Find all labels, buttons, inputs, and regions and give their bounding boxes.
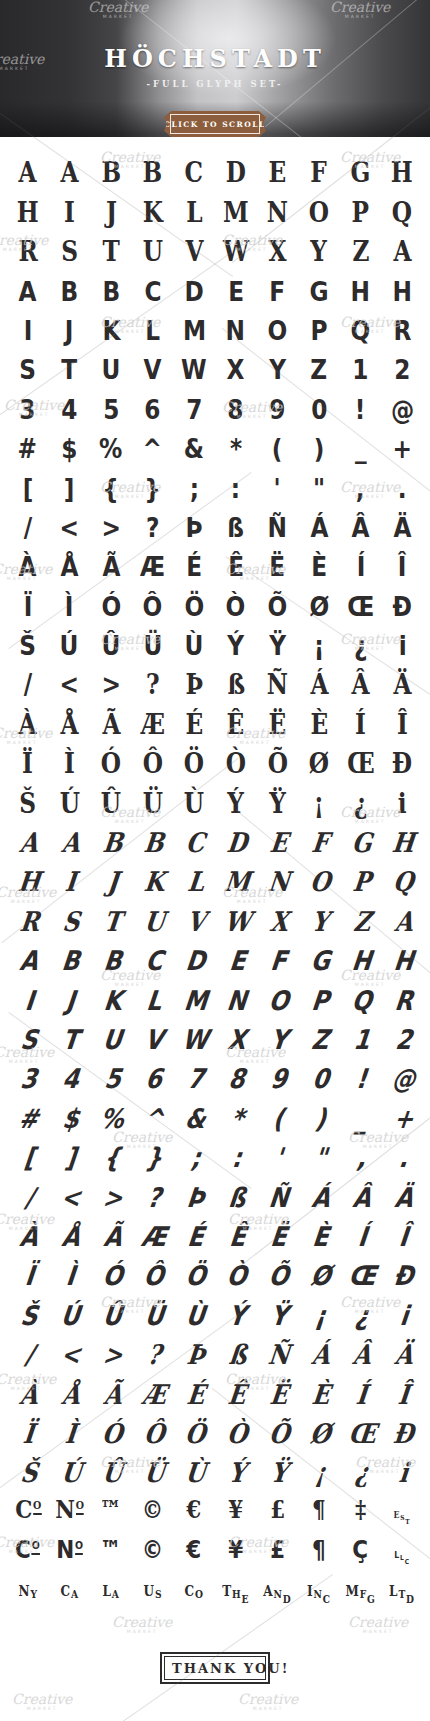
glyph-cell: < xyxy=(49,1341,91,1368)
glyph-cell: Þ xyxy=(173,671,215,698)
glyph-cell: Þ xyxy=(173,1341,215,1368)
glyph-cell: Ç xyxy=(340,1537,382,1562)
glyph-cell: É xyxy=(173,1381,215,1408)
glyph-cell: ¶ xyxy=(298,1537,340,1562)
glyph-cell: K xyxy=(132,868,174,895)
glyph-cell: P xyxy=(298,987,340,1014)
glyph-cell: Ù xyxy=(173,1302,215,1329)
glyph-cell: ( xyxy=(257,1105,299,1132)
glyph-cell: N xyxy=(215,317,257,344)
glyph-cell: D xyxy=(173,947,215,974)
glyph-cell: R xyxy=(381,317,423,344)
glyph-cell: Õ xyxy=(257,1262,299,1289)
glyph-cell: Â xyxy=(340,1341,382,1368)
glyph-cell: I xyxy=(7,987,49,1014)
glyph-cell: À xyxy=(7,553,49,580)
glyph-cell: V xyxy=(132,356,174,383)
glyph-cell: Ñ xyxy=(257,1341,299,1368)
glyph-cell: ' xyxy=(257,1144,299,1171)
glyph-cell: i xyxy=(381,632,423,659)
glyph-cell: Ì xyxy=(49,1420,91,1447)
glyph-cell: ¿ xyxy=(340,1459,382,1486)
glyph-cell: M xyxy=(215,199,257,226)
glyph-cell: C xyxy=(173,829,215,856)
glyph-cell: Ð xyxy=(381,750,423,777)
glyph-cell: Ý xyxy=(215,1302,257,1329)
glyph-cell: D xyxy=(215,159,257,186)
glyph-cell: $ xyxy=(49,1105,91,1132)
glyph-cell: I xyxy=(49,868,91,895)
glyph-cell: Ô xyxy=(132,750,174,777)
glyph-cell: @ xyxy=(381,396,423,423)
glyph-cell: Ë xyxy=(257,711,299,738)
glyph-cell: Ì xyxy=(49,593,91,620)
glyph-cell: Š xyxy=(7,1459,49,1486)
glyph-cell: { xyxy=(90,475,132,502)
glyph-cell: ¥ xyxy=(215,1537,257,1562)
glyph-cell: Ó xyxy=(90,1262,132,1289)
glyph-cell: Â xyxy=(340,1184,382,1211)
glyph-cell: > xyxy=(90,671,132,698)
glyph-cell: [ xyxy=(7,1144,49,1171)
glyph-cell: Z xyxy=(298,356,340,383)
glyph-cell: Ì xyxy=(49,750,91,777)
glyph-cell: M xyxy=(173,987,215,1014)
glyph-cell: V xyxy=(173,238,215,265)
glyph-cell: Ù xyxy=(173,632,215,659)
glyph-cell: B xyxy=(132,829,174,856)
glyph-cell: & xyxy=(173,435,215,462)
glyph-cell: Ó xyxy=(90,593,132,620)
glyph-cell: Ò xyxy=(215,1262,257,1289)
glyph-cell: D xyxy=(173,278,215,305)
glyph-cell: W xyxy=(215,238,257,265)
glyph-cell: i xyxy=(381,1302,423,1329)
glyph-cell-ligature: MFG xyxy=(340,1581,382,1600)
glyph-cell: A xyxy=(7,947,49,974)
glyph-cell: Ê xyxy=(215,1223,257,1250)
glyph-cell: V xyxy=(132,1026,174,1053)
glyph-row: ÏÌÓÔÖÒÕØŒÐ xyxy=(0,1412,430,1451)
glyph-cell: O xyxy=(298,199,340,226)
glyph-cell: ¿ xyxy=(340,1302,382,1329)
glyph-cell: Ü xyxy=(132,790,174,817)
header-banner: HÖCHSTADT -FULL GLYPH SET- CLICK TO SCRO… xyxy=(0,0,430,137)
glyph-cell: ™ xyxy=(90,1537,132,1562)
glyph-cell: Ò xyxy=(215,1420,257,1447)
glyph-cell: Ô xyxy=(132,1262,174,1289)
glyph-cell: Å xyxy=(49,1223,91,1250)
glyph-cell: U xyxy=(90,356,132,383)
glyph-cell: ¶ xyxy=(298,1497,340,1522)
glyph-cell: Ü xyxy=(132,1459,174,1486)
glyph-cell: Ó xyxy=(90,1420,132,1447)
glyph-cell: C xyxy=(132,278,174,305)
glyph-cell: G xyxy=(340,159,382,186)
glyph-cell: Ï xyxy=(7,593,49,620)
glyph-cell: B xyxy=(90,829,132,856)
glyph-cell-ordinal: NO xyxy=(49,1497,91,1522)
glyph-cell: , xyxy=(340,475,382,502)
glyph-cell: ) xyxy=(298,1105,340,1132)
glyph-cell: Ä xyxy=(381,671,423,698)
glyph-row: ABBCDEFGHH xyxy=(0,269,430,308)
glyph-cell: J xyxy=(90,199,132,226)
glyph-cell: U xyxy=(90,1026,132,1053)
glyph-cell: Á xyxy=(298,671,340,698)
glyph-row: HIJKLMNOPQ xyxy=(0,860,430,899)
creative-market-watermark: CreativeMARKET xyxy=(238,1692,298,1712)
glyph-cell: Û xyxy=(90,632,132,659)
glyph-cell: 8 xyxy=(215,1065,257,1092)
glyph-cell: È xyxy=(298,553,340,580)
glyph-cell: H xyxy=(381,829,423,856)
glyph-cell: ¥ xyxy=(215,1497,257,1522)
glyph-cell: Î xyxy=(381,553,423,580)
glyph-cell: Š xyxy=(7,1302,49,1329)
glyph-cell: 7 xyxy=(173,396,215,423)
glyph-cell: H xyxy=(381,278,423,305)
glyph-cell: Õ xyxy=(257,593,299,620)
glyph-cell-ligature: AND xyxy=(257,1581,299,1600)
glyph-cell: Ý xyxy=(215,790,257,817)
glyph-cell: Ã xyxy=(90,1381,132,1408)
glyph-cell: È xyxy=(298,1223,340,1250)
glyph-cell: 7 xyxy=(173,1065,215,1092)
glyph-cell-ligature: EST xyxy=(381,1503,423,1522)
glyph-cell: Q xyxy=(340,987,382,1014)
glyph-cell: B xyxy=(49,947,91,974)
glyph-cell: Ë xyxy=(257,1381,299,1408)
glyph-cell: Ì xyxy=(49,1262,91,1289)
glyph-cell-ordinal: CO xyxy=(7,1497,49,1522)
glyph-cell-ordinal: CO xyxy=(7,1537,49,1562)
glyph-cell: < xyxy=(49,1184,91,1211)
glyph-cell: Á xyxy=(298,514,340,541)
glyph-cell: X xyxy=(257,238,299,265)
glyph-cell: ß xyxy=(215,514,257,541)
glyph-cell: ! xyxy=(340,396,382,423)
glyph-cell: 5 xyxy=(90,396,132,423)
glyph-cell: / xyxy=(7,671,49,698)
glyph-row: #$%^&*()_+ xyxy=(0,427,430,466)
glyph-cell: Í xyxy=(340,1223,382,1250)
glyph-cell: Ÿ xyxy=(257,790,299,817)
glyph-row: 34567890!@ xyxy=(0,387,430,426)
glyph-cell: L xyxy=(132,317,174,344)
glyph-cell: ' xyxy=(257,475,299,502)
glyph-cell: S xyxy=(49,238,91,265)
glyph-cell: Â xyxy=(340,514,382,541)
glyph-cell: Z xyxy=(340,238,382,265)
glyph-cell: I xyxy=(49,199,91,226)
glyph-cell: L xyxy=(173,868,215,895)
glyph-cell: Ý xyxy=(215,1459,257,1486)
glyph-cell: G xyxy=(298,947,340,974)
glyph-row: []{};:'",. xyxy=(0,1136,430,1175)
glyph-cell: H xyxy=(340,947,382,974)
font-title: HÖCHSTADT xyxy=(0,44,430,73)
glyph-cell: ! xyxy=(340,1065,382,1092)
glyph-cell-ligature: INC xyxy=(298,1581,340,1600)
glyph-cell: Þ xyxy=(173,1184,215,1211)
glyph-cell: " xyxy=(298,475,340,502)
glyph-cell: Ô xyxy=(132,1420,174,1447)
glyph-row: ÏÌÓÔÖÒÕØŒÐ xyxy=(0,1254,430,1293)
glyph-cell: Î xyxy=(381,1223,423,1250)
glyph-cell: i xyxy=(381,1459,423,1486)
glyph-cell: 0 xyxy=(298,1065,340,1092)
glyph-row: ŠÚÛÜÙÝŸ¡¿i xyxy=(0,1451,430,1490)
glyph-row: HIJKLMNOPQ xyxy=(0,190,430,229)
glyph-cell: [ xyxy=(7,475,49,502)
glyph-row: CONO™©€¥£¶ÇLLC xyxy=(0,1530,430,1570)
glyph-cell: F xyxy=(298,829,340,856)
glyph-cell-ligature: CA xyxy=(49,1581,91,1600)
glyph-cell: S xyxy=(7,356,49,383)
glyph-cell: A xyxy=(381,908,423,935)
glyph-cell: Ë xyxy=(257,1223,299,1250)
glyph-cell: Q xyxy=(381,868,423,895)
glyph-cell: : xyxy=(215,475,257,502)
glyph-cell: Ö xyxy=(173,1420,215,1447)
glyph-row: /<>?ÞßÑÁÂÄ xyxy=(0,663,430,702)
glyph-cell: Ù xyxy=(173,1459,215,1486)
glyph-cell: A xyxy=(49,159,91,186)
glyph-cell: Ä xyxy=(381,1341,423,1368)
glyph-cell: À xyxy=(7,711,49,738)
glyph-cell: Ø xyxy=(298,1262,340,1289)
glyph-cell: X xyxy=(257,908,299,935)
glyph-cell: Í xyxy=(340,553,382,580)
glyph-cell: W xyxy=(215,908,257,935)
glyph-cell: _ xyxy=(340,435,382,462)
glyph-row: ÀÅÃÆÉÊËÈÍÎ xyxy=(0,702,430,741)
glyph-cell: " xyxy=(298,1144,340,1171)
glyph-cell: R xyxy=(7,908,49,935)
glyph-cell: T xyxy=(49,356,91,383)
glyph-cell: ‡ xyxy=(340,1497,382,1522)
glyph-cell-ligature: NY xyxy=(7,1581,49,1600)
glyph-row: ÏÌÓÔÖÒÕØŒÐ xyxy=(0,584,430,623)
glyph-cell: H xyxy=(381,159,423,186)
glyph-cell: Š xyxy=(7,790,49,817)
glyph-cell: Ï xyxy=(7,1262,49,1289)
glyph-cell: ( xyxy=(257,435,299,462)
click-to-scroll-label: CLICK TO SCROLL xyxy=(164,120,266,129)
glyph-cell: R xyxy=(7,238,49,265)
glyph-cell: O xyxy=(257,987,299,1014)
glyph-row: ÀÅÃÆÉÊËÈÍÎ xyxy=(0,1372,430,1411)
glyph-cell: F xyxy=(298,159,340,186)
glyph-row: #$%^&*()_+ xyxy=(0,1096,430,1135)
glyph-cell: * xyxy=(215,1105,257,1132)
glyph-cell: Q xyxy=(381,199,423,226)
glyph-cell: U xyxy=(132,908,174,935)
glyph-cell: J xyxy=(49,987,91,1014)
glyph-cell: 1 xyxy=(340,1026,382,1053)
glyph-cell: 1 xyxy=(340,356,382,383)
glyph-cell: B xyxy=(90,159,132,186)
glyph-cell: Æ xyxy=(132,711,174,738)
glyph-row: ÏÌÓÔÖÒÕØŒÐ xyxy=(0,742,430,781)
glyph-cell: € xyxy=(173,1497,215,1522)
glyph-cell: Å xyxy=(49,553,91,580)
glyph-cell: R xyxy=(381,987,423,1014)
glyph-cell: ¡ xyxy=(298,790,340,817)
glyph-row: RSTUVWXYZA xyxy=(0,230,430,269)
glyph-cell: Ô xyxy=(132,593,174,620)
glyph-cell: Í xyxy=(340,711,382,738)
glyph-cell: E xyxy=(257,829,299,856)
glyph-cell: Æ xyxy=(132,1381,174,1408)
glyph-cell: Œ xyxy=(340,1262,382,1289)
glyph-cell: E xyxy=(257,159,299,186)
glyph-cell: W xyxy=(173,356,215,383)
glyph-cell: B xyxy=(90,278,132,305)
glyph-cell: ? xyxy=(132,514,174,541)
glyph-cell: ¿ xyxy=(340,632,382,659)
glyph-cell: ™ xyxy=(90,1497,132,1522)
glyph-cell: Ü xyxy=(132,1302,174,1329)
glyph-cell: : xyxy=(215,1144,257,1171)
glyph-cell: 4 xyxy=(49,1065,91,1092)
glyph-cell-ligature: THE xyxy=(215,1581,257,1600)
glyph-cell: Ê xyxy=(215,711,257,738)
glyph-cell: B xyxy=(90,947,132,974)
glyph-cell: ? xyxy=(132,671,174,698)
glyph-cell: ß xyxy=(215,1184,257,1211)
glyph-cell: Œ xyxy=(340,750,382,777)
glyph-cell: 2 xyxy=(381,1026,423,1053)
glyph-cell: + xyxy=(381,1105,423,1132)
glyph-cell: _ xyxy=(340,1105,382,1132)
glyph-cell: T xyxy=(49,1026,91,1053)
glyph-cell: Å xyxy=(49,1381,91,1408)
glyph-cell: V xyxy=(173,908,215,935)
glyph-cell-ligature: LLC xyxy=(381,1543,423,1562)
glyph-cell: / xyxy=(7,514,49,541)
glyph-cell: Ä xyxy=(381,514,423,541)
thank-you-badge: THANK YOU! xyxy=(160,1652,270,1684)
glyph-row: RSTUVWXYZA xyxy=(0,899,430,938)
glyph-cell: Œ xyxy=(340,593,382,620)
glyph-cell: > xyxy=(90,514,132,541)
glyph-cell: N xyxy=(257,199,299,226)
glyph-cell: Ï xyxy=(7,750,49,777)
glyph-cell: Y xyxy=(257,1026,299,1053)
glyph-cell: Õ xyxy=(257,1420,299,1447)
glyph-cell: Ó xyxy=(90,750,132,777)
glyph-cell: N xyxy=(215,987,257,1014)
glyph-cell: 8 xyxy=(215,396,257,423)
glyph-cell: F xyxy=(257,947,299,974)
glyph-cell: > xyxy=(90,1184,132,1211)
glyph-cell: Û xyxy=(90,1302,132,1329)
glyph-cell: J xyxy=(90,868,132,895)
thank-you-label: THANK YOU! xyxy=(172,1661,289,1676)
glyph-cell: Ê xyxy=(215,1381,257,1408)
glyph-row: ŠÚÛÜÙÝŸ¡¿i xyxy=(0,1293,430,1332)
glyph-cell: O xyxy=(257,317,299,344)
glyph-cell: ; xyxy=(173,1144,215,1171)
glyph-row: CONO™©€¥£¶‡EST xyxy=(0,1490,430,1530)
glyph-cell: M xyxy=(173,317,215,344)
glyph-cell: * xyxy=(215,435,257,462)
glyph-cell: < xyxy=(49,514,91,541)
glyph-cell: A xyxy=(7,278,49,305)
glyph-cell-ligature: US xyxy=(132,1581,174,1600)
glyph-cell: ^ xyxy=(132,435,174,462)
glyph-cell: Ù xyxy=(173,790,215,817)
glyph-row: ÀÅÃÆÉÊËÈÍÎ xyxy=(0,545,430,584)
glyph-cell: K xyxy=(90,987,132,1014)
glyph-row: ŠÚÛÜÙÝŸ¡¿i xyxy=(0,781,430,820)
glyph-cell: > xyxy=(90,1341,132,1368)
glyph-cell: € xyxy=(173,1537,215,1562)
glyph-cell: ? xyxy=(132,1184,174,1211)
glyph-cell: Ú xyxy=(49,1302,91,1329)
glyph-row: ABBCDEFGHH xyxy=(0,939,430,978)
glyph-cell: % xyxy=(90,435,132,462)
glyph-cell: B xyxy=(49,278,91,305)
glyph-cell: I xyxy=(7,317,49,344)
glyph-cell: U xyxy=(132,238,174,265)
glyph-cell: G xyxy=(298,278,340,305)
glyph-cell: 2 xyxy=(381,356,423,383)
click-to-scroll-border: CLICK TO SCROLL xyxy=(170,114,260,134)
glyph-cell: Y xyxy=(298,238,340,265)
glyph-cell: Â xyxy=(340,671,382,698)
glyph-cell: À xyxy=(7,1223,49,1250)
glyph-cell: ) xyxy=(298,435,340,462)
glyph-cell: Q xyxy=(340,317,382,344)
glyph-cell: A xyxy=(381,238,423,265)
click-to-scroll-button[interactable]: CLICK TO SCROLL xyxy=(164,111,266,137)
glyph-cell: + xyxy=(381,435,423,462)
glyph-cell: K xyxy=(132,199,174,226)
glyph-cell: ^ xyxy=(132,1105,174,1132)
glyph-cell: # xyxy=(7,435,49,462)
glyph-cell: H xyxy=(381,947,423,974)
glyph-row: ŠÚÛÜÙÝŸ¡¿i xyxy=(0,624,430,663)
glyph-cell: Ø xyxy=(298,593,340,620)
glyph-cell: 0 xyxy=(298,396,340,423)
glyph-row: STUVWXYZ12 xyxy=(0,1018,430,1057)
glyph-cell: O xyxy=(298,868,340,895)
glyph-cell: Ã xyxy=(90,711,132,738)
glyph-cell: & xyxy=(173,1105,215,1132)
glyph-cell: { xyxy=(90,1144,132,1171)
glyph-cell: @ xyxy=(381,1065,423,1092)
glyph-cell: È xyxy=(298,711,340,738)
glyph-cell: 5 xyxy=(90,1065,132,1092)
glyph-cell: À xyxy=(7,1381,49,1408)
glyph-cell: Ú xyxy=(49,790,91,817)
glyph-cell: S xyxy=(49,908,91,935)
glyph-cell: Ü xyxy=(132,632,174,659)
glyph-cell: H xyxy=(7,199,49,226)
glyph-cell: Û xyxy=(90,1459,132,1486)
glyph-cell: È xyxy=(298,1381,340,1408)
glyph-cell: Í xyxy=(340,1381,382,1408)
glyph-cell: Y xyxy=(257,356,299,383)
glyph-cell: Ú xyxy=(49,1459,91,1486)
glyph-cell-ordinal: NO xyxy=(49,1537,91,1562)
glyph-cell: Æ xyxy=(132,553,174,580)
glyph-cell: Ÿ xyxy=(257,632,299,659)
glyph-cell: 6 xyxy=(132,396,174,423)
